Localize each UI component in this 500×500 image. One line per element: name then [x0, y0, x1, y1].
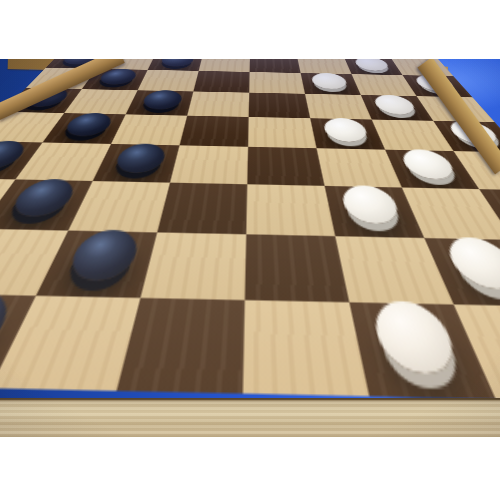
square-e3[interactable] — [246, 185, 335, 236]
square-e2[interactable] — [245, 234, 349, 302]
black-piece-c8[interactable] — [159, 59, 195, 67]
screenshot — [0, 0, 500, 500]
white-piece-f5[interactable] — [321, 118, 370, 143]
white-piece-f3[interactable] — [338, 185, 403, 224]
square-d1[interactable] — [117, 297, 245, 393]
square-c6[interactable] — [126, 90, 194, 115]
square-e6[interactable] — [249, 92, 310, 118]
square-e7[interactable] — [249, 72, 305, 93]
black-piece-c2[interactable] — [62, 229, 141, 281]
square-d7[interactable] — [193, 71, 249, 92]
square-d3[interactable] — [157, 183, 247, 234]
white-piece-f1[interactable] — [368, 300, 464, 374]
white-piece-g2[interactable] — [439, 236, 500, 289]
white-piece-g6[interactable] — [371, 94, 419, 114]
square-d4[interactable] — [170, 145, 248, 184]
square-e1[interactable] — [243, 300, 369, 397]
checkers-board — [0, 59, 500, 404]
black-piece-c6[interactable] — [139, 90, 183, 110]
board-photo — [0, 59, 500, 437]
square-d8[interactable] — [199, 59, 250, 72]
square-d2[interactable] — [141, 232, 247, 300]
board-frame-near-molding — [0, 398, 500, 437]
square-e8[interactable] — [250, 59, 301, 73]
square-c7[interactable] — [138, 70, 199, 91]
black-piece-b3[interactable] — [4, 179, 79, 218]
square-e4[interactable] — [247, 147, 324, 186]
white-piece-f7[interactable] — [310, 73, 349, 90]
square-f8[interactable] — [297, 59, 352, 74]
white-piece-g8[interactable] — [352, 59, 391, 71]
square-e5[interactable] — [248, 117, 317, 148]
square-d5[interactable] — [180, 115, 249, 146]
black-piece-b5[interactable] — [60, 113, 115, 137]
board-perspective-wrap — [0, 59, 500, 404]
square-d6[interactable] — [187, 91, 249, 117]
black-piece-c4[interactable] — [111, 143, 168, 173]
white-piece-g4[interactable] — [397, 149, 459, 180]
square-c5[interactable] — [111, 114, 187, 145]
